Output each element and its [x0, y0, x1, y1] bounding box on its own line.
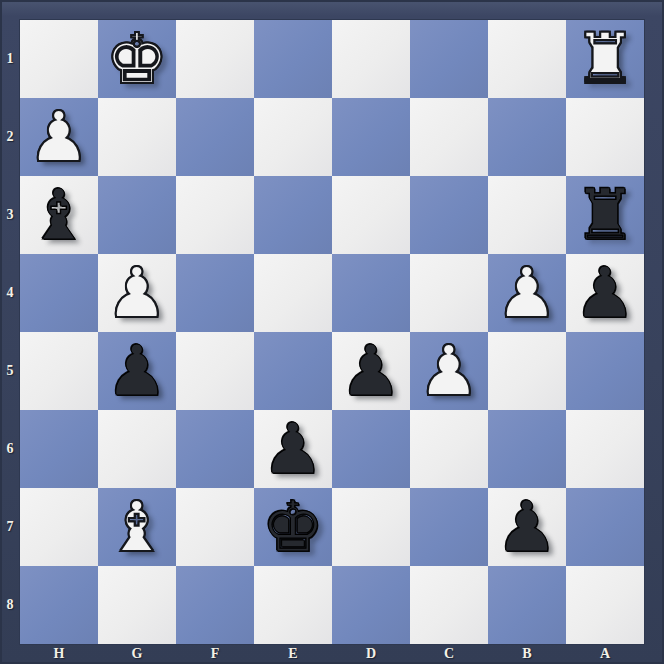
black-pawn[interactable]: ♟ — [340, 332, 403, 410]
white-pawn[interactable]: ♟ — [28, 98, 91, 176]
square-c8[interactable] — [410, 566, 488, 644]
square-d1[interactable] — [332, 20, 410, 98]
square-a5[interactable] — [566, 332, 644, 410]
square-h7[interactable] — [20, 488, 98, 566]
rank-labels: 12345678 — [0, 20, 20, 644]
square-d8[interactable] — [332, 566, 410, 644]
square-c7[interactable] — [410, 488, 488, 566]
square-d7[interactable] — [332, 488, 410, 566]
square-a7[interactable] — [566, 488, 644, 566]
square-a8[interactable] — [566, 566, 644, 644]
file-label-c: C — [410, 644, 488, 664]
square-e1[interactable] — [254, 20, 332, 98]
square-d5[interactable]: ♟ — [332, 332, 410, 410]
square-d3[interactable] — [332, 176, 410, 254]
file-label-g: G — [98, 644, 176, 664]
square-f1[interactable] — [176, 20, 254, 98]
square-g8[interactable] — [98, 566, 176, 644]
square-d2[interactable] — [332, 98, 410, 176]
square-b6[interactable] — [488, 410, 566, 488]
square-b3[interactable] — [488, 176, 566, 254]
square-b5[interactable] — [488, 332, 566, 410]
board-frame: 12345678 ♚♜♟♝♜♟♟♟♟♟♟♟♝♚♟ HGFEDCBA — [0, 0, 664, 664]
square-c1[interactable] — [410, 20, 488, 98]
rank-label-3: 3 — [0, 176, 20, 254]
square-a2[interactable] — [566, 98, 644, 176]
white-pawn[interactable]: ♟ — [496, 254, 559, 332]
square-g7[interactable]: ♝ — [98, 488, 176, 566]
file-label-a: A — [566, 644, 644, 664]
square-f3[interactable] — [176, 176, 254, 254]
square-f8[interactable] — [176, 566, 254, 644]
square-e5[interactable] — [254, 332, 332, 410]
black-pawn[interactable]: ♟ — [106, 332, 169, 410]
file-label-h: H — [20, 644, 98, 664]
square-d4[interactable] — [332, 254, 410, 332]
rank-label-8: 8 — [0, 566, 20, 644]
square-h1[interactable] — [20, 20, 98, 98]
square-e3[interactable] — [254, 176, 332, 254]
square-g2[interactable] — [98, 98, 176, 176]
square-a6[interactable] — [566, 410, 644, 488]
black-pawn[interactable]: ♟ — [496, 488, 559, 566]
square-e4[interactable] — [254, 254, 332, 332]
square-h4[interactable] — [20, 254, 98, 332]
square-g3[interactable] — [98, 176, 176, 254]
black-king[interactable]: ♚ — [262, 488, 325, 566]
square-a1[interactable]: ♜ — [566, 20, 644, 98]
square-b7[interactable]: ♟ — [488, 488, 566, 566]
square-f4[interactable] — [176, 254, 254, 332]
square-c2[interactable] — [410, 98, 488, 176]
square-e8[interactable] — [254, 566, 332, 644]
black-pawn[interactable]: ♟ — [574, 254, 637, 332]
square-b8[interactable] — [488, 566, 566, 644]
square-c4[interactable] — [410, 254, 488, 332]
white-bishop[interactable]: ♝ — [106, 488, 169, 566]
file-label-e: E — [254, 644, 332, 664]
square-f6[interactable] — [176, 410, 254, 488]
square-g5[interactable]: ♟ — [98, 332, 176, 410]
file-labels: HGFEDCBA — [20, 644, 644, 664]
square-b2[interactable] — [488, 98, 566, 176]
square-b4[interactable]: ♟ — [488, 254, 566, 332]
rank-label-1: 1 — [0, 20, 20, 98]
square-e7[interactable]: ♚ — [254, 488, 332, 566]
square-c5[interactable]: ♟ — [410, 332, 488, 410]
rank-label-5: 5 — [0, 332, 20, 410]
square-c3[interactable] — [410, 176, 488, 254]
square-h6[interactable] — [20, 410, 98, 488]
square-g6[interactable] — [98, 410, 176, 488]
rank-label-2: 2 — [0, 98, 20, 176]
square-f2[interactable] — [176, 98, 254, 176]
white-pawn[interactable]: ♟ — [418, 332, 481, 410]
file-label-b: B — [488, 644, 566, 664]
square-d6[interactable] — [332, 410, 410, 488]
black-rook[interactable]: ♜ — [574, 176, 637, 254]
white-king[interactable]: ♚ — [106, 20, 169, 98]
square-e6[interactable]: ♟ — [254, 410, 332, 488]
rank-label-6: 6 — [0, 410, 20, 488]
rank-label-7: 7 — [0, 488, 20, 566]
white-rook[interactable]: ♜ — [574, 20, 637, 98]
white-pawn[interactable]: ♟ — [106, 254, 169, 332]
black-bishop[interactable]: ♝ — [28, 176, 91, 254]
square-h3[interactable]: ♝ — [20, 176, 98, 254]
square-g1[interactable]: ♚ — [98, 20, 176, 98]
square-a4[interactable]: ♟ — [566, 254, 644, 332]
rank-label-4: 4 — [0, 254, 20, 332]
square-h5[interactable] — [20, 332, 98, 410]
square-f5[interactable] — [176, 332, 254, 410]
chess-board[interactable]: ♚♜♟♝♜♟♟♟♟♟♟♟♝♚♟ — [20, 20, 644, 644]
black-pawn[interactable]: ♟ — [262, 410, 325, 488]
square-f7[interactable] — [176, 488, 254, 566]
square-a3[interactable]: ♜ — [566, 176, 644, 254]
square-g4[interactable]: ♟ — [98, 254, 176, 332]
square-b1[interactable] — [488, 20, 566, 98]
square-c6[interactable] — [410, 410, 488, 488]
square-e2[interactable] — [254, 98, 332, 176]
square-h8[interactable] — [20, 566, 98, 644]
file-label-d: D — [332, 644, 410, 664]
square-h2[interactable]: ♟ — [20, 98, 98, 176]
file-label-f: F — [176, 644, 254, 664]
